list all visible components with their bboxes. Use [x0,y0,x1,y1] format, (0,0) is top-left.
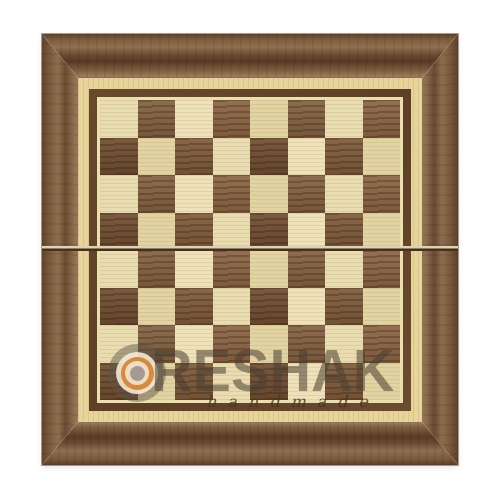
square-f7 [288,138,326,176]
square-h6 [363,175,401,213]
square-h1 [363,363,401,401]
board-frame-top [42,34,458,78]
square-a8 [100,100,138,138]
square-d6 [213,175,251,213]
product-photo-stage: RESHAK handmade [0,0,500,500]
square-e4 [250,250,288,288]
square-g7 [325,138,363,176]
square-a6 [100,175,138,213]
square-g5 [325,213,363,251]
square-b4 [138,250,176,288]
square-a4 [100,250,138,288]
square-c6 [175,175,213,213]
square-h2 [363,325,401,363]
square-a3 [100,288,138,326]
square-c2 [175,325,213,363]
square-b1 [138,363,176,401]
square-h4 [363,250,401,288]
square-h3 [363,288,401,326]
square-d5 [213,213,251,251]
square-d3 [213,288,251,326]
square-f4 [288,250,326,288]
square-d2 [213,325,251,363]
chess-board [42,34,458,465]
square-h8 [363,100,401,138]
square-g1 [325,363,363,401]
square-c1 [175,363,213,401]
square-b3 [138,288,176,326]
square-b6 [138,175,176,213]
square-a5 [100,213,138,251]
square-a2 [100,325,138,363]
square-c3 [175,288,213,326]
square-e5 [250,213,288,251]
square-g6 [325,175,363,213]
square-a1 [100,363,138,401]
square-f2 [288,325,326,363]
square-e7 [250,138,288,176]
board-frame-bottom [42,422,458,465]
square-e1 [250,363,288,401]
square-h7 [363,138,401,176]
square-g2 [325,325,363,363]
square-b7 [138,138,176,176]
square-c8 [175,100,213,138]
square-b5 [138,213,176,251]
square-f6 [288,175,326,213]
square-e6 [250,175,288,213]
square-f5 [288,213,326,251]
square-b8 [138,100,176,138]
square-g3 [325,288,363,326]
square-f1 [288,363,326,401]
square-d7 [213,138,251,176]
square-d1 [213,363,251,401]
square-e3 [250,288,288,326]
square-c7 [175,138,213,176]
square-h5 [363,213,401,251]
square-g8 [325,100,363,138]
square-b2 [138,325,176,363]
square-e2 [250,325,288,363]
square-a7 [100,138,138,176]
square-d4 [213,250,251,288]
square-c5 [175,213,213,251]
square-f8 [288,100,326,138]
fold-seam [42,246,458,251]
square-f3 [288,288,326,326]
square-g4 [325,250,363,288]
square-d8 [213,100,251,138]
square-e8 [250,100,288,138]
square-c4 [175,250,213,288]
